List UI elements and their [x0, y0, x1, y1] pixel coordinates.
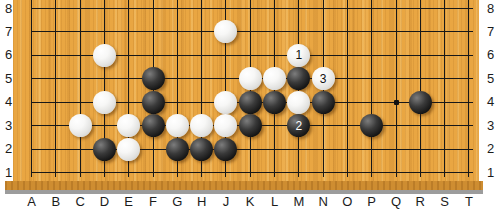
stone-white-E2[interactable] [117, 138, 140, 161]
stone-black-K4[interactable] [239, 91, 262, 114]
stone-white-D4[interactable] [93, 91, 116, 114]
stone-black-F5[interactable] [142, 67, 165, 90]
stone-white-G3[interactable] [166, 114, 189, 137]
column-label-K: K [238, 195, 262, 209]
column-label-B: B [44, 195, 68, 209]
row-label-right-5: 5 [482, 72, 499, 86]
stone-white-D6[interactable] [93, 44, 116, 67]
stone-black-J2[interactable] [214, 138, 237, 161]
grid-line-vertical [371, 0, 372, 177]
board-edge [5, 181, 483, 190]
column-label-A: A [20, 195, 44, 209]
stone-white-J3[interactable] [214, 114, 237, 137]
column-label-N: N [311, 195, 335, 209]
stone-white-J7[interactable] [214, 20, 237, 43]
column-label-J: J [214, 195, 238, 209]
stone-black-F3[interactable] [142, 114, 165, 137]
stone-black-N4[interactable] [312, 91, 335, 114]
grid-line-vertical [347, 0, 348, 177]
stone-black-H2[interactable] [190, 138, 213, 161]
column-label-G: G [165, 195, 189, 209]
row-label-right-8: 8 [482, 2, 499, 16]
column-label-S: S [433, 195, 457, 209]
stone-white-E3[interactable] [117, 114, 140, 137]
grid-line-horizontal [31, 31, 473, 32]
row-label-left-5: 5 [0, 72, 17, 86]
row-label-left-7: 7 [0, 25, 17, 39]
row-label-right-2: 2 [482, 142, 499, 156]
grid-line-vertical [80, 0, 81, 177]
grid-line-vertical [55, 0, 56, 177]
column-label-O: O [335, 195, 359, 209]
column-label-R: R [408, 195, 432, 209]
go-diagram: 132 ABCDEFGHJKLMNOPQRST8877665544332211 [0, 0, 500, 212]
row-label-left-8: 8 [0, 2, 17, 16]
column-label-T: T [457, 195, 481, 209]
stone-black-R4[interactable] [409, 91, 432, 114]
stone-black-K3[interactable] [239, 114, 262, 137]
column-label-M: M [287, 195, 311, 209]
stone-black-D2[interactable] [93, 138, 116, 161]
column-label-E: E [117, 195, 141, 209]
row-label-right-6: 6 [482, 48, 499, 62]
row-label-right-7: 7 [482, 25, 499, 39]
grid-line-vertical [420, 0, 421, 177]
column-label-Q: Q [384, 195, 408, 209]
grid-line-vertical [31, 0, 32, 177]
stone-white-C3[interactable] [69, 114, 92, 137]
stone-white-H3[interactable] [190, 114, 213, 137]
stone-black-M3-move-2[interactable]: 2 [287, 114, 310, 137]
grid-line-horizontal [31, 172, 473, 173]
stone-white-M4[interactable] [287, 91, 310, 114]
stone-white-K5[interactable] [239, 67, 262, 90]
column-label-L: L [263, 195, 287, 209]
column-label-P: P [360, 195, 384, 209]
stone-black-L4[interactable] [263, 91, 286, 114]
stone-black-G2[interactable] [166, 138, 189, 161]
grid-line-vertical [468, 0, 469, 177]
stone-black-F4[interactable] [142, 91, 165, 114]
grid-line-horizontal [31, 8, 473, 9]
row-label-left-1: 1 [0, 166, 17, 180]
row-label-left-6: 6 [0, 48, 17, 62]
stone-white-N5-move-3[interactable]: 3 [312, 67, 335, 90]
stone-white-M6-move-1[interactable]: 1 [287, 44, 310, 67]
column-label-D: D [92, 195, 116, 209]
column-label-C: C [68, 195, 92, 209]
row-label-right-1: 1 [482, 166, 499, 180]
go-board[interactable]: 132 [13, 0, 479, 190]
stone-white-L5[interactable] [263, 67, 286, 90]
column-label-H: H [190, 195, 214, 209]
grid-line-vertical [444, 0, 445, 177]
stone-black-M5[interactable] [287, 67, 310, 90]
stone-black-P3[interactable] [360, 114, 383, 137]
star-point-Q4 [394, 100, 399, 105]
row-label-left-2: 2 [0, 142, 17, 156]
row-label-left-3: 3 [0, 119, 17, 133]
column-label-F: F [141, 195, 165, 209]
row-label-left-4: 4 [0, 95, 17, 109]
row-label-right-3: 3 [482, 119, 499, 133]
stone-white-J4[interactable] [214, 91, 237, 114]
row-label-right-4: 4 [482, 95, 499, 109]
grid-line-vertical [396, 0, 397, 177]
